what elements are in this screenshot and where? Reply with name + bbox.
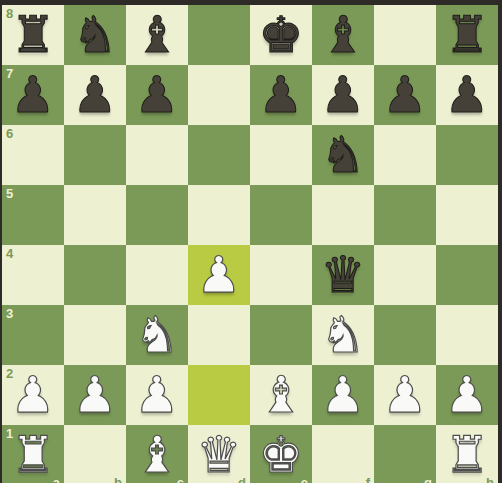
square-e7[interactable]: ♟ — [250, 65, 312, 125]
square-b3[interactable] — [64, 305, 126, 365]
square-h7[interactable]: ♟ — [436, 65, 498, 125]
black-pawn-icon[interactable]: ♟ — [250, 65, 312, 125]
square-a8[interactable]: 8♜ — [2, 5, 64, 65]
square-c2[interactable]: ♟ — [126, 365, 188, 425]
rank-label-3: 3 — [6, 306, 13, 321]
square-a1[interactable]: 1a♜ — [2, 425, 64, 483]
square-h5[interactable] — [436, 185, 498, 245]
square-e8[interactable]: ♚ — [250, 5, 312, 65]
white-queen-icon[interactable]: ♛ — [188, 425, 250, 483]
square-f6[interactable]: ♞ — [312, 125, 374, 185]
rank-label-6: 6 — [6, 126, 13, 141]
file-label-b: b — [114, 475, 122, 483]
file-label-g: g — [424, 475, 432, 483]
white-pawn-icon[interactable]: ♟ — [312, 365, 374, 425]
square-e1[interactable]: e♚ — [250, 425, 312, 483]
black-pawn-icon[interactable]: ♟ — [436, 65, 498, 125]
white-pawn-icon[interactable]: ♟ — [188, 245, 250, 305]
chess-board: 8♜♞♝♚♝♜7♟♟♟♟♟♟♟6♞54♟♛3♞♞2♟♟♟♝♟♟♟1a♜bc♝d♛… — [2, 5, 498, 483]
white-pawn-icon[interactable]: ♟ — [436, 365, 498, 425]
square-h1[interactable]: h♜ — [436, 425, 498, 483]
square-f2[interactable]: ♟ — [312, 365, 374, 425]
square-f7[interactable]: ♟ — [312, 65, 374, 125]
square-a2[interactable]: 2♟ — [2, 365, 64, 425]
black-pawn-icon[interactable]: ♟ — [64, 65, 126, 125]
square-h4[interactable] — [436, 245, 498, 305]
square-b5[interactable] — [64, 185, 126, 245]
square-e6[interactable] — [250, 125, 312, 185]
square-c4[interactable] — [126, 245, 188, 305]
black-pawn-icon[interactable]: ♟ — [374, 65, 436, 125]
black-rook-icon[interactable]: ♜ — [2, 5, 64, 65]
black-bishop-icon[interactable]: ♝ — [126, 5, 188, 65]
square-c7[interactable]: ♟ — [126, 65, 188, 125]
square-f5[interactable] — [312, 185, 374, 245]
square-f3[interactable]: ♞ — [312, 305, 374, 365]
square-f8[interactable]: ♝ — [312, 5, 374, 65]
square-g6[interactable] — [374, 125, 436, 185]
square-d6[interactable] — [188, 125, 250, 185]
rank-label-4: 4 — [6, 246, 13, 261]
black-bishop-icon[interactable]: ♝ — [312, 5, 374, 65]
square-g8[interactable] — [374, 5, 436, 65]
black-rook-icon[interactable]: ♜ — [436, 5, 498, 65]
white-rook-icon[interactable]: ♜ — [2, 425, 64, 483]
black-knight-icon[interactable]: ♞ — [64, 5, 126, 65]
square-a3[interactable]: 3 — [2, 305, 64, 365]
square-b2[interactable]: ♟ — [64, 365, 126, 425]
square-c1[interactable]: c♝ — [126, 425, 188, 483]
square-d2[interactable] — [188, 365, 250, 425]
white-pawn-icon[interactable]: ♟ — [374, 365, 436, 425]
square-d3[interactable] — [188, 305, 250, 365]
black-pawn-icon[interactable]: ♟ — [312, 65, 374, 125]
square-c5[interactable] — [126, 185, 188, 245]
square-b4[interactable] — [64, 245, 126, 305]
square-d1[interactable]: d♛ — [188, 425, 250, 483]
square-e2[interactable]: ♝ — [250, 365, 312, 425]
white-rook-icon[interactable]: ♜ — [436, 425, 498, 483]
white-bishop-icon[interactable]: ♝ — [250, 365, 312, 425]
square-g1[interactable]: g — [374, 425, 436, 483]
square-c6[interactable] — [126, 125, 188, 185]
square-h8[interactable]: ♜ — [436, 5, 498, 65]
square-g3[interactable] — [374, 305, 436, 365]
square-d5[interactable] — [188, 185, 250, 245]
square-d7[interactable] — [188, 65, 250, 125]
square-h3[interactable] — [436, 305, 498, 365]
square-b6[interactable] — [64, 125, 126, 185]
white-bishop-icon[interactable]: ♝ — [126, 425, 188, 483]
square-g2[interactable]: ♟ — [374, 365, 436, 425]
square-c3[interactable]: ♞ — [126, 305, 188, 365]
square-b1[interactable]: b — [64, 425, 126, 483]
square-e5[interactable] — [250, 185, 312, 245]
square-d8[interactable] — [188, 5, 250, 65]
square-c8[interactable]: ♝ — [126, 5, 188, 65]
white-pawn-icon[interactable]: ♟ — [64, 365, 126, 425]
white-knight-icon[interactable]: ♞ — [312, 305, 374, 365]
square-f1[interactable]: f — [312, 425, 374, 483]
black-pawn-icon[interactable]: ♟ — [126, 65, 188, 125]
black-queen-icon[interactable]: ♛ — [312, 245, 374, 305]
square-e4[interactable] — [250, 245, 312, 305]
square-a7[interactable]: 7♟ — [2, 65, 64, 125]
rank-label-5: 5 — [6, 186, 13, 201]
square-f4[interactable]: ♛ — [312, 245, 374, 305]
square-h2[interactable]: ♟ — [436, 365, 498, 425]
chess-app-window: 8♜♞♝♚♝♜7♟♟♟♟♟♟♟6♞54♟♛3♞♞2♟♟♟♝♟♟♟1a♜bc♝d♛… — [0, 0, 502, 483]
square-d4[interactable]: ♟ — [188, 245, 250, 305]
white-pawn-icon[interactable]: ♟ — [2, 365, 64, 425]
square-b8[interactable]: ♞ — [64, 5, 126, 65]
black-king-icon[interactable]: ♚ — [250, 5, 312, 65]
white-pawn-icon[interactable]: ♟ — [126, 365, 188, 425]
square-h6[interactable] — [436, 125, 498, 185]
file-label-f: f — [366, 475, 370, 483]
square-a5[interactable]: 5 — [2, 185, 64, 245]
white-king-icon[interactable]: ♚ — [250, 425, 312, 483]
square-b7[interactable]: ♟ — [64, 65, 126, 125]
square-e3[interactable] — [250, 305, 312, 365]
square-g7[interactable]: ♟ — [374, 65, 436, 125]
square-a4[interactable]: 4 — [2, 245, 64, 305]
square-g4[interactable] — [374, 245, 436, 305]
black-knight-icon[interactable]: ♞ — [312, 125, 374, 185]
white-knight-icon[interactable]: ♞ — [126, 305, 188, 365]
square-g5[interactable] — [374, 185, 436, 245]
square-a6[interactable]: 6 — [2, 125, 64, 185]
black-pawn-icon[interactable]: ♟ — [2, 65, 64, 125]
